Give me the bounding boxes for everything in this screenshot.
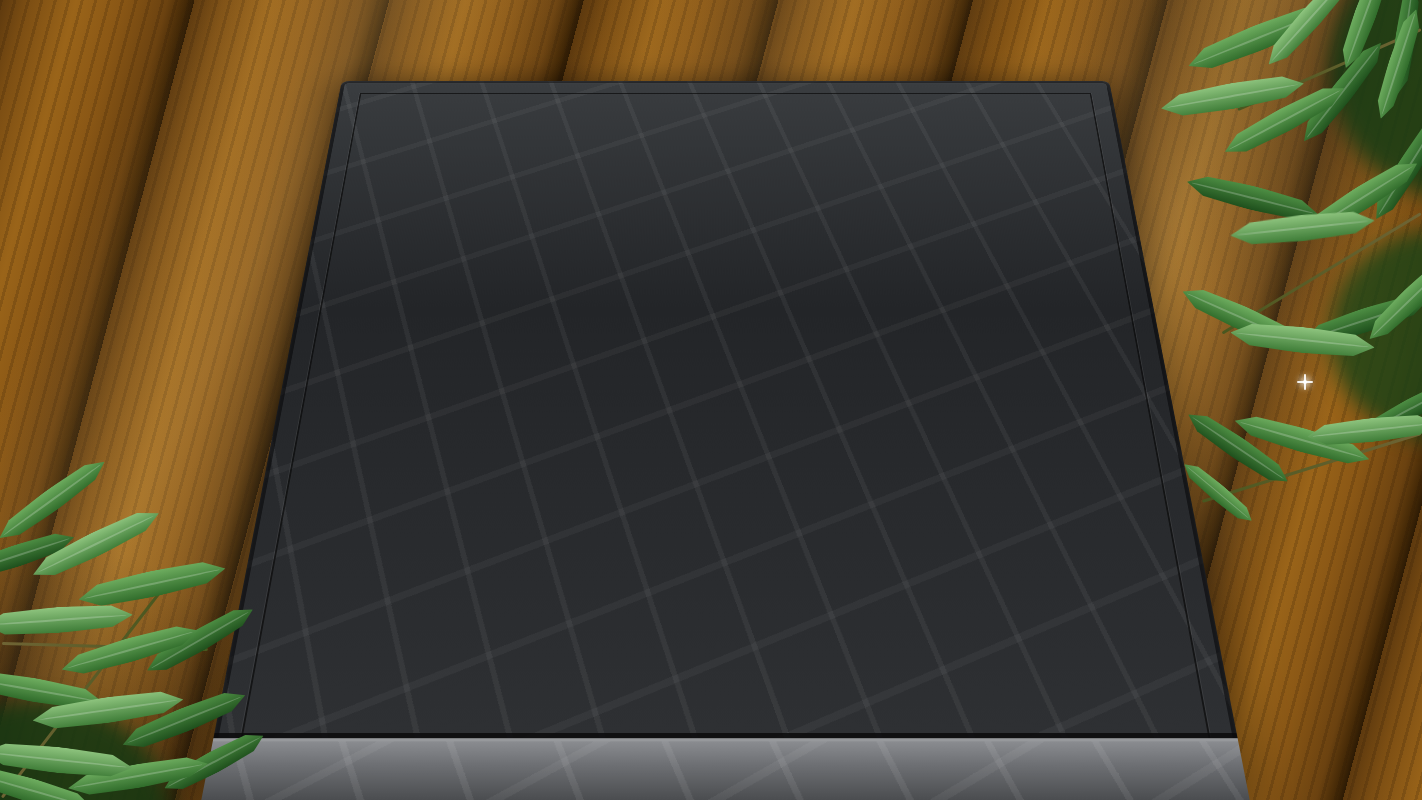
board-squares	[242, 94, 1209, 741]
chess-scene	[0, 0, 1422, 800]
palm-leaf	[1306, 411, 1422, 448]
sparkle-glint	[1303, 380, 1307, 384]
chess-board	[198, 81, 1253, 800]
palm-leaf	[0, 602, 134, 638]
file-labels-bottom	[228, 741, 1223, 800]
